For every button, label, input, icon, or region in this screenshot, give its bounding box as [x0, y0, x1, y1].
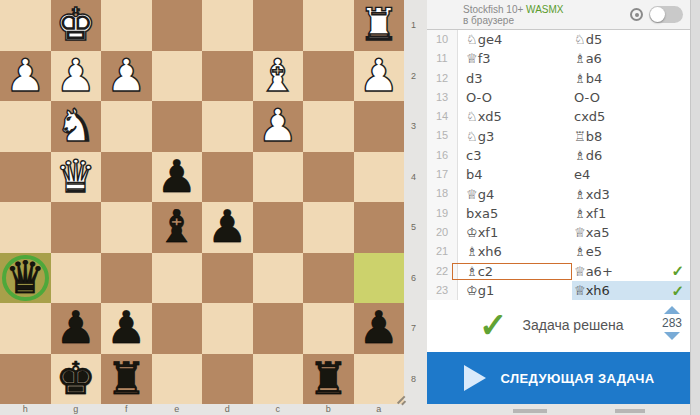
black-move-text: ♘d5 [574, 32, 602, 47]
white-move-20[interactable]: ♔xf1 [458, 223, 572, 242]
square-e6[interactable] [152, 253, 203, 304]
move-number: 18 [427, 184, 458, 203]
square-e5[interactable]: ♝ [152, 202, 203, 253]
square-h6[interactable]: ♛ [0, 253, 51, 304]
file-label-b: b [303, 404, 354, 415]
black-pawn-a7[interactable]: ♟ [359, 303, 399, 353]
white-move-12[interactable]: d3 [458, 69, 572, 88]
move-row-16: 16c3♗d6 [427, 146, 691, 165]
square-g8[interactable]: ♚ [51, 354, 102, 405]
engine-toggle[interactable] [649, 6, 683, 23]
square-d6[interactable] [202, 253, 253, 304]
square-h3[interactable] [0, 101, 51, 152]
file-label-f: f [101, 404, 152, 415]
white-move-17[interactable]: b4 [458, 165, 572, 184]
black-move-22[interactable]: ♕a6+✓ [572, 262, 691, 281]
file-label-d: d [202, 404, 253, 415]
rank-label-8: 8 [405, 354, 422, 405]
file-label-g: g [51, 404, 102, 415]
square-a6[interactable] [354, 253, 405, 304]
white-move-13[interactable]: O-O [458, 88, 572, 107]
square-g5[interactable] [51, 202, 102, 253]
square-f5[interactable] [101, 202, 152, 253]
square-e3[interactable] [152, 101, 203, 152]
square-g4[interactable]: ♛ [51, 152, 102, 203]
square-b8[interactable]: ♜ [303, 354, 354, 405]
square-g7[interactable]: ♟ [51, 303, 102, 354]
black-rook-b8[interactable]: ♜ [308, 354, 348, 404]
black-move-13[interactable]: O-O [572, 88, 691, 107]
move-number: 16 [427, 146, 458, 165]
white-pawn-g2[interactable]: ♟ [56, 51, 96, 101]
square-h8[interactable] [0, 354, 51, 405]
correct-move-check-icon: ✓ [671, 262, 684, 280]
white-move-21[interactable]: ♗xh6 [458, 242, 572, 261]
move-row-17: 17b4e4 [427, 165, 691, 184]
black-king-g8[interactable]: ♚ [56, 354, 96, 404]
square-c8[interactable] [253, 354, 304, 405]
black-move-text: ♗xf1 [574, 206, 606, 221]
puzzle-vote-widget: 283 [662, 306, 682, 340]
square-f2[interactable]: ♟ [101, 51, 152, 102]
square-f7[interactable]: ♟ [101, 303, 152, 354]
square-g3[interactable]: ♞ [51, 101, 102, 152]
square-b4[interactable] [303, 152, 354, 203]
next-puzzle-button[interactable]: СЛЕДУЮЩАЯ ЗАДАЧА [427, 352, 691, 404]
black-move-text: ♕xa5 [574, 225, 610, 240]
white-move-15[interactable]: ♘g3 [458, 126, 572, 145]
move-row-20: 20♔xf1♕xa5 [427, 223, 691, 242]
square-c3[interactable]: ♟ [253, 101, 304, 152]
move-number: 14 [427, 107, 458, 126]
black-move-text: ♗b4 [574, 71, 602, 86]
square-d2[interactable] [202, 51, 253, 102]
move-list: 10♘ge4♘d511♕f3♗a612d3♗b413O-OO-O14♘xd5cx… [427, 30, 691, 300]
black-move-18[interactable]: ♗xd3 [572, 184, 691, 203]
square-d4[interactable] [202, 152, 253, 203]
file-label-h: h [0, 404, 51, 415]
move-row-19: 19bxa5♗xf1 [427, 204, 691, 223]
square-f8[interactable]: ♜ [101, 354, 152, 405]
square-a5[interactable] [354, 202, 405, 253]
black-move-text: cxd5 [574, 109, 605, 124]
move-number: 20 [427, 223, 458, 242]
move-number: 13 [427, 88, 458, 107]
square-e2[interactable] [152, 51, 203, 102]
square-a4[interactable] [354, 152, 405, 203]
move-row-11: 11♕f3♗a6 [427, 49, 691, 68]
black-pawn-f7[interactable]: ♟ [106, 303, 146, 353]
square-e1[interactable] [152, 0, 203, 51]
file-label-e: e [152, 404, 203, 415]
move-number: 10 [427, 30, 458, 49]
analysis-panel: Stockfish 10+ WASMX в браузере 10♘ge4♘d5… [427, 0, 691, 415]
solved-label: Задача решена [523, 317, 624, 333]
file-label-a: a [354, 404, 405, 415]
black-move-10[interactable]: ♘d5 [572, 30, 691, 49]
square-h5[interactable] [0, 202, 51, 253]
white-move-18[interactable]: ♕g4 [458, 184, 572, 203]
square-d5[interactable]: ♟ [202, 202, 253, 253]
square-f4[interactable] [101, 152, 152, 203]
white-pawn-f2[interactable]: ♟ [106, 51, 146, 101]
rank-label-6: 6 [405, 253, 422, 304]
white-king-g1[interactable]: ♚ [56, 0, 96, 50]
square-c5[interactable] [253, 202, 304, 253]
white-pawn-c3[interactable]: ♟ [258, 101, 298, 151]
square-c7[interactable] [253, 303, 304, 354]
black-queen-h6[interactable]: ♛ [5, 253, 45, 303]
square-h2[interactable]: ♟ [0, 51, 51, 102]
solved-check-icon: ✓ [479, 308, 508, 342]
square-d1[interactable] [202, 0, 253, 51]
white-move-19[interactable]: bxa5 [458, 204, 572, 223]
engine-name: Stockfish 10+ [463, 4, 523, 15]
white-bishop-c2[interactable]: ♝ [258, 51, 298, 101]
black-move-text: ♗d6 [574, 148, 602, 163]
scrollbar[interactable] [690, 0, 700, 415]
square-h4[interactable] [0, 152, 51, 203]
square-f1[interactable] [101, 0, 152, 51]
square-b3[interactable] [303, 101, 354, 152]
engine-header: Stockfish 10+ WASMX в браузере [427, 0, 691, 30]
black-move-20[interactable]: ♕xa5 [572, 223, 691, 242]
move-row-12: 12d3♗b4 [427, 69, 691, 88]
rank-label-2: 2 [405, 51, 422, 102]
square-b1[interactable] [303, 0, 354, 51]
white-knight-g3[interactable]: ♞ [56, 101, 96, 151]
square-h1[interactable] [0, 0, 51, 51]
move-number: 15 [427, 126, 458, 145]
play-triangle-icon [464, 365, 486, 391]
black-move-text: ♗xd3 [574, 187, 610, 202]
black-pawn-g7[interactable]: ♟ [56, 303, 96, 353]
puzzle-page: ♚♜♟♟♟♝♟♞♟♛♟♝♟♛♟♟♟♚♜♜ hgfedcba 12345678 S… [0, 0, 700, 415]
black-move-12[interactable]: ♗b4 [572, 69, 691, 88]
white-move-23[interactable]: ♔g1 [458, 281, 572, 300]
white-move-14[interactable]: ♘xd5 [458, 107, 572, 126]
correct-move-check-icon: ✓ [671, 282, 684, 300]
rank-label-1: 1 [405, 0, 422, 51]
black-move-23[interactable]: ♕xh6✓ [572, 281, 691, 300]
vote-down-icon[interactable] [664, 332, 680, 340]
black-move-text: ♗e5 [574, 244, 602, 259]
move-number: 19 [427, 204, 458, 223]
black-move-19[interactable]: ♗xf1 [572, 204, 691, 223]
solved-banner: ✓ Задача решена 283 [427, 300, 691, 350]
square-a1[interactable]: ♜ [354, 0, 405, 51]
white-queen-g4[interactable]: ♛ [56, 152, 96, 202]
black-move-11[interactable]: ♗a6 [572, 49, 691, 68]
black-move-14[interactable]: cxd5 [572, 107, 691, 126]
square-f6[interactable] [101, 253, 152, 304]
move-row-21: 21♗xh6♗e5 [427, 242, 691, 261]
white-pawn-a2[interactable]: ♟ [359, 51, 399, 101]
move-row-18: 18♕g4♗xd3 [427, 184, 691, 203]
move-row-13: 13O-OO-O [427, 88, 691, 107]
square-c4[interactable] [253, 152, 304, 203]
rank-label-7: 7 [405, 303, 422, 354]
black-move-text: ♖b8 [574, 129, 602, 144]
move-number: 12 [427, 69, 458, 88]
black-move-text: ♕xh6 [574, 283, 610, 298]
board-resize-handle[interactable] [395, 393, 406, 404]
square-c1[interactable] [253, 0, 304, 51]
move-number: 17 [427, 165, 458, 184]
square-d7[interactable] [202, 303, 253, 354]
black-rook-f8[interactable]: ♜ [106, 354, 146, 404]
file-labels: hgfedcba [0, 404, 404, 415]
move-row-22: 22♗c2♕a6+✓ [427, 262, 691, 281]
square-d8[interactable] [202, 354, 253, 405]
white-move-10[interactable]: ♘ge4 [458, 30, 572, 49]
white-pawn-h2[interactable]: ♟ [5, 51, 45, 101]
rank-label-5: 5 [405, 202, 422, 253]
black-move-text: O-O [574, 90, 600, 105]
move-row-15: 15♘g3♖b8 [427, 126, 691, 145]
black-move-15[interactable]: ♖b8 [572, 126, 691, 145]
square-h7[interactable] [0, 303, 51, 354]
white-move-11[interactable]: ♕f3 [458, 49, 572, 68]
black-bishop-e5[interactable]: ♝ [157, 202, 197, 252]
black-move-text: ♕a6+ [574, 264, 613, 279]
square-b5[interactable] [303, 202, 354, 253]
rank-label-4: 4 [405, 152, 422, 203]
white-rook-a1[interactable]: ♜ [359, 0, 399, 50]
black-move-16[interactable]: ♗d6 [572, 146, 691, 165]
clipped-footer-strip [427, 404, 691, 415]
square-d3[interactable] [202, 101, 253, 152]
engine-badge: WASMX [526, 4, 563, 15]
white-move-22[interactable]: ♗c2 [452, 263, 572, 280]
vote-up-icon[interactable] [664, 306, 680, 314]
square-b6[interactable] [303, 253, 354, 304]
square-c2[interactable]: ♝ [253, 51, 304, 102]
black-move-17[interactable]: e4 [572, 165, 691, 184]
square-e8[interactable] [152, 354, 203, 405]
chess-board[interactable]: ♚♜♟♟♟♝♟♞♟♛♟♝♟♛♟♟♟♚♜♜ [0, 0, 404, 404]
square-g1[interactable]: ♚ [51, 0, 102, 51]
black-move-21[interactable]: ♗e5 [572, 242, 691, 261]
move-row-23: 23♔g1♕xh6✓ [427, 281, 691, 300]
move-number: 23 [427, 281, 458, 300]
move-row-10: 10♘ge4♘d5 [427, 30, 691, 49]
square-g2[interactable]: ♟ [51, 51, 102, 102]
vote-count: 283 [662, 316, 682, 330]
square-b2[interactable] [303, 51, 354, 102]
engine-settings-icon[interactable] [630, 8, 643, 21]
move-number: 11 [427, 49, 458, 68]
move-number: 21 [427, 242, 458, 261]
next-puzzle-label: СЛЕДУЮЩАЯ ЗАДАЧА [501, 371, 655, 386]
square-f3[interactable] [101, 101, 152, 152]
rank-labels: 12345678 [405, 0, 422, 404]
black-move-text: ♗a6 [574, 51, 602, 66]
file-label-c: c [253, 404, 304, 415]
white-move-16[interactable]: c3 [458, 146, 572, 165]
square-c6[interactable] [253, 253, 304, 304]
square-g6[interactable] [51, 253, 102, 304]
rank-label-3: 3 [405, 101, 422, 152]
square-a2[interactable]: ♟ [354, 51, 405, 102]
move-row-14: 14♘xd5cxd5 [427, 107, 691, 126]
square-e7[interactable] [152, 303, 203, 354]
square-e4[interactable]: ♟ [152, 152, 203, 203]
black-pawn-d5[interactable]: ♟ [207, 202, 247, 252]
black-pawn-e4[interactable]: ♟ [157, 152, 197, 202]
square-a3[interactable] [354, 101, 405, 152]
black-move-text: e4 [574, 167, 590, 182]
square-b7[interactable] [303, 303, 354, 354]
square-a7[interactable]: ♟ [354, 303, 405, 354]
